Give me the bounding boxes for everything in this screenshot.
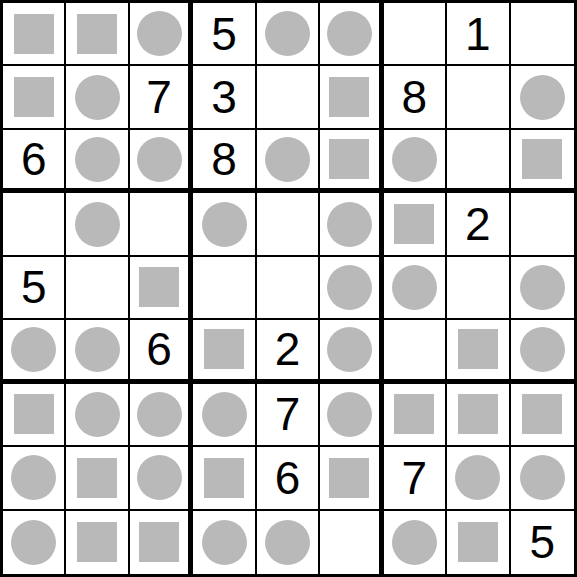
given-digit: 7 [402,455,428,501]
cell-r1c8[interactable]: 1 [447,3,510,66]
even-hint-square-icon [77,14,117,54]
cell-r3c2[interactable] [66,130,129,193]
cell-r8c8[interactable] [447,447,510,510]
cell-r6c2[interactable] [66,320,129,383]
sudoku-grid: 517386825627675 [0,0,577,577]
even-hint-square-icon [522,394,562,434]
cell-r9c4[interactable] [193,511,256,574]
given-digit: 7 [275,391,301,437]
cell-r7c4[interactable] [193,384,256,447]
cell-r3c1[interactable]: 6 [3,130,66,193]
cell-r4c9[interactable] [511,193,574,256]
even-hint-square-icon [458,522,498,562]
cell-r2c4[interactable]: 3 [193,66,256,129]
cell-r9c8[interactable] [447,511,510,574]
given-digit: 5 [211,11,237,57]
even-hint-square-icon [394,204,434,244]
cell-r2c2[interactable] [66,66,129,129]
cell-r1c3[interactable] [130,3,193,66]
odd-hint-circle-icon [202,392,247,437]
cell-r2c7[interactable]: 8 [384,66,447,129]
odd-hint-circle-icon [392,265,437,310]
given-digit: 5 [529,519,555,565]
cell-r4c3[interactable] [130,193,193,256]
odd-hint-circle-icon [202,520,247,565]
odd-hint-circle-icon [137,392,182,437]
cell-r7c8[interactable] [447,384,510,447]
even-hint-square-icon [14,14,54,54]
cell-r8c7[interactable]: 7 [384,447,447,510]
cell-r8c6[interactable] [320,447,383,510]
even-hint-square-icon [458,394,498,434]
odd-hint-circle-icon [327,202,372,247]
cell-r4c6[interactable] [320,193,383,256]
even-hint-square-icon [204,329,244,369]
cell-r7c2[interactable] [66,384,129,447]
cell-r5c9[interactable] [511,257,574,320]
cell-r6c4[interactable] [193,320,256,383]
cell-r1c9[interactable] [511,3,574,66]
odd-hint-circle-icon [75,75,120,120]
cell-r6c1[interactable] [3,320,66,383]
odd-hint-circle-icon [137,11,182,56]
odd-hint-circle-icon [327,327,372,372]
cell-r4c4[interactable] [193,193,256,256]
cell-r5c4[interactable] [193,257,256,320]
cell-r9c5[interactable] [257,511,320,574]
puzzle-board: 517386825627675 [0,0,577,577]
odd-hint-circle-icon [520,75,565,120]
even-hint-square-icon [329,458,369,498]
even-hint-square-icon [139,267,179,307]
cell-r8c2[interactable] [66,447,129,510]
cell-r9c2[interactable] [66,511,129,574]
even-hint-square-icon [458,329,498,369]
odd-hint-circle-icon [137,137,182,182]
odd-hint-circle-icon [327,392,372,437]
odd-hint-circle-icon [455,455,500,500]
odd-hint-circle-icon [327,11,372,56]
cell-r7c5[interactable]: 7 [257,384,320,447]
cell-r1c6[interactable] [320,3,383,66]
odd-hint-circle-icon [11,455,56,500]
cell-r4c1[interactable] [3,193,66,256]
odd-hint-circle-icon [520,455,565,500]
given-digit: 8 [402,74,428,120]
cell-r1c4[interactable]: 5 [193,3,256,66]
given-digit: 6 [146,326,172,372]
odd-hint-circle-icon [327,265,372,310]
cell-r2c3[interactable]: 7 [130,66,193,129]
cell-r6c3[interactable]: 6 [130,320,193,383]
cell-r7c7[interactable] [384,384,447,447]
odd-hint-circle-icon [392,520,437,565]
cell-r2c9[interactable] [511,66,574,129]
cell-r8c1[interactable] [3,447,66,510]
cell-r4c2[interactable] [66,193,129,256]
cell-r9c6[interactable] [320,511,383,574]
given-digit: 3 [211,74,237,120]
cell-r7c1[interactable] [3,384,66,447]
cell-r4c7[interactable] [384,193,447,256]
cell-r3c3[interactable] [130,130,193,193]
cell-r8c4[interactable] [193,447,256,510]
odd-hint-circle-icon [11,327,56,372]
odd-hint-circle-icon [75,392,120,437]
given-digit: 6 [21,136,47,182]
cell-r5c8[interactable] [447,257,510,320]
odd-hint-circle-icon [75,202,120,247]
cell-r1c5[interactable] [257,3,320,66]
cell-r9c9[interactable]: 5 [511,511,574,574]
even-hint-square-icon [394,394,434,434]
even-hint-square-icon [329,77,369,117]
cell-r9c3[interactable] [130,511,193,574]
cell-r3c8[interactable] [447,130,510,193]
cell-r3c7[interactable] [384,130,447,193]
even-hint-square-icon [204,458,244,498]
cell-r5c7[interactable] [384,257,447,320]
cell-r5c2[interactable] [66,257,129,320]
even-hint-square-icon [329,139,369,179]
cell-r1c2[interactable] [66,3,129,66]
odd-hint-circle-icon [265,137,310,182]
odd-hint-circle-icon [202,202,247,247]
cell-r5c3[interactable] [130,257,193,320]
odd-hint-circle-icon [520,327,565,372]
odd-hint-circle-icon [75,137,120,182]
odd-hint-circle-icon [265,520,310,565]
cell-r1c7[interactable] [384,3,447,66]
even-hint-square-icon [77,522,117,562]
cell-r1c1[interactable] [3,3,66,66]
cell-r2c8[interactable] [447,66,510,129]
given-digit: 6 [275,455,301,501]
cell-r4c8[interactable]: 2 [447,193,510,256]
cell-r5c6[interactable] [320,257,383,320]
even-hint-square-icon [14,394,54,434]
even-hint-square-icon [522,139,562,179]
cell-r3c9[interactable] [511,130,574,193]
cell-r7c3[interactable] [130,384,193,447]
even-hint-square-icon [14,77,54,117]
odd-hint-circle-icon [11,520,56,565]
cell-r7c9[interactable] [511,384,574,447]
cell-r4c5[interactable] [257,193,320,256]
cell-r6c7[interactable] [384,320,447,383]
odd-hint-circle-icon [265,11,310,56]
cell-r6c6[interactable] [320,320,383,383]
cell-r6c8[interactable] [447,320,510,383]
cell-r5c5[interactable] [257,257,320,320]
cell-r3c5[interactable] [257,130,320,193]
cell-r3c6[interactable] [320,130,383,193]
cell-r6c9[interactable] [511,320,574,383]
cell-r5c1[interactable]: 5 [3,257,66,320]
cell-r9c1[interactable] [3,511,66,574]
cell-r6c5[interactable]: 2 [257,320,320,383]
odd-hint-circle-icon [392,137,437,182]
cell-r8c9[interactable] [511,447,574,510]
cell-r8c3[interactable] [130,447,193,510]
given-digit: 2 [465,201,491,247]
cell-r8c5[interactable]: 6 [257,447,320,510]
given-digit: 5 [21,264,47,310]
even-hint-square-icon [77,458,117,498]
cell-r3c4[interactable]: 8 [193,130,256,193]
given-digit: 7 [146,74,172,120]
cell-r9c7[interactable] [384,511,447,574]
even-hint-square-icon [139,522,179,562]
odd-hint-circle-icon [137,455,182,500]
cell-r2c5[interactable] [257,66,320,129]
cell-r2c6[interactable] [320,66,383,129]
cell-r2c1[interactable] [3,66,66,129]
cell-r7c6[interactable] [320,384,383,447]
given-digit: 2 [275,326,301,372]
odd-hint-circle-icon [75,327,120,372]
given-digit: 1 [465,11,491,57]
given-digit: 8 [211,136,237,182]
odd-hint-circle-icon [520,265,565,310]
